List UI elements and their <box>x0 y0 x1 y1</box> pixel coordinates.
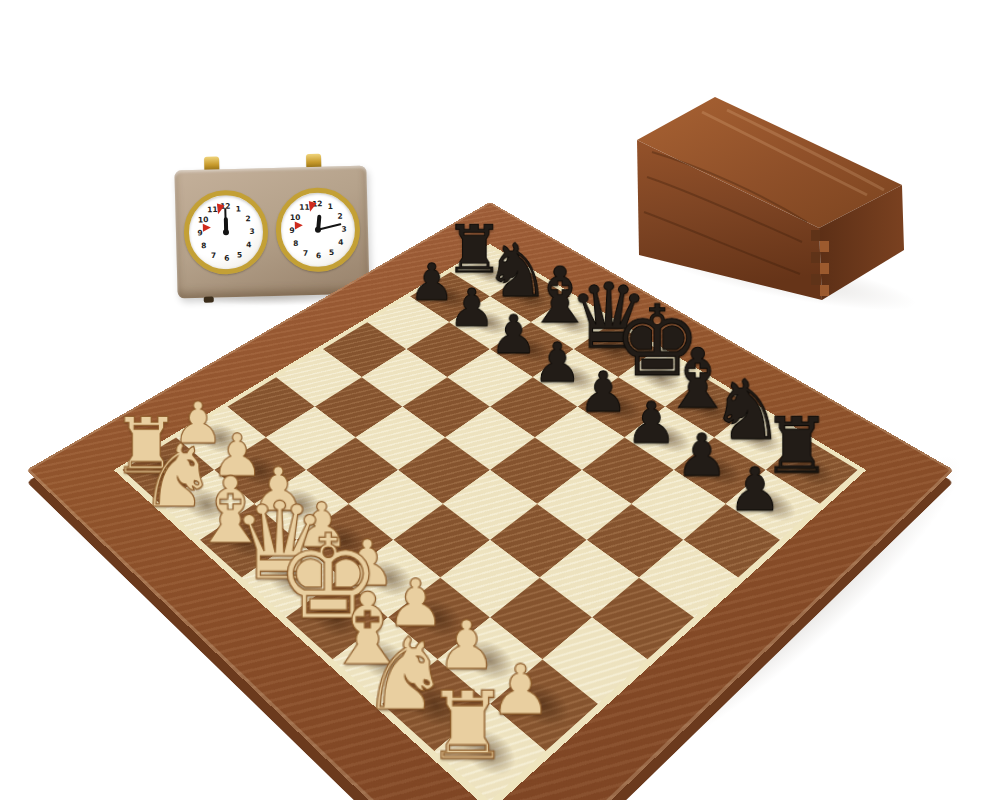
board-perspective-wrapper: ♜♞♝♛♚♝♞♜♟♟♟♟♟♟♟♟♟♟♟♟♟♟♟♟♜♞♝♛♚♝♞♜ <box>0 0 1000 800</box>
pieces-layer: ♜♞♝♛♚♝♞♜♟♟♟♟♟♟♟♟♟♟♟♟♟♟♟♟♜♞♝♛♚♝♞♜ <box>122 248 857 800</box>
product-scene: 121234567891011 121234567891011 ♜♞♝♛♚♝♞♜… <box>0 0 1000 800</box>
piece-black-pawn-h7[interactable]: ♟ <box>721 459 788 519</box>
piece-white-rook-h1[interactable]: ♜ <box>425 680 505 773</box>
board-inner-border: ♜♞♝♛♚♝♞♜♟♟♟♟♟♟♟♟♟♟♟♟♟♟♟♟♜♞♝♛♚♝♞♜ <box>114 244 866 800</box>
board-frame: ♜♞♝♛♚♝♞♜♟♟♟♟♟♟♟♟♟♟♟♟♟♟♟♟♜♞♝♛♚♝♞♜ <box>26 202 954 800</box>
chess-board: ♜♞♝♛♚♝♞♜♟♟♟♟♟♟♟♟♟♟♟♟♟♟♟♟♜♞♝♛♚♝♞♜ <box>26 202 954 800</box>
